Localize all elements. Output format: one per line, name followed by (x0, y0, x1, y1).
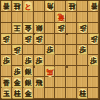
piece-sente-tokin-7a[interactable]: と (23, 1, 33, 12)
square-6e[interactable] (34, 45, 45, 56)
square-8a[interactable]: 桂 (12, 1, 23, 12)
piece-gote-dragon-4b[interactable]: 竜 (56, 12, 66, 23)
piece-sente-knight-8i[interactable]: 桂 (12, 88, 22, 99)
square-7a[interactable]: と (23, 1, 34, 12)
square-7f[interactable]: 歩 (23, 55, 34, 66)
square-9h[interactable]: 香 (1, 77, 12, 88)
piece-gote-pawn-2c[interactable]: 歩 (78, 23, 88, 34)
square-3e[interactable] (66, 45, 77, 56)
piece-gote-pawn-9d[interactable]: 歩 (1, 34, 11, 45)
square-5f[interactable] (45, 55, 56, 66)
square-4a[interactable] (55, 1, 66, 12)
square-5a[interactable]: 角 (45, 1, 56, 12)
square-9a[interactable]: 香 (1, 1, 12, 12)
piece-sente-knight-2i[interactable]: 桂 (78, 88, 88, 99)
square-8b[interactable] (12, 12, 23, 23)
square-4h[interactable] (55, 77, 66, 88)
piece-gote-gold-7c[interactable]: 金 (23, 23, 33, 34)
square-8c[interactable]: 王 (12, 23, 23, 34)
piece-sente-pawn-5e[interactable]: 歩 (45, 45, 55, 56)
square-5b[interactable] (45, 12, 56, 23)
piece-sente-pawn-7f[interactable]: 歩 (23, 56, 33, 67)
square-9c[interactable] (1, 23, 12, 34)
square-3d[interactable] (66, 34, 77, 45)
square-6d[interactable]: 歩 (34, 34, 45, 45)
piece-gote-horse-5g[interactable]: 馬 (45, 67, 55, 78)
square-1e[interactable] (88, 45, 99, 56)
piece-sente-silver-7h[interactable]: 銀 (23, 77, 33, 88)
shogi-board: 香桂と角桂香竜王金銀歩歩歩歩歩歩歩歩歩歩歩歩歩歩銀馬香金銀飛玉桂金桂 (0, 0, 100, 100)
piece-sente-gold-8h[interactable]: 金 (12, 77, 22, 88)
square-3g[interactable] (66, 66, 77, 77)
piece-gote-pawn-4c[interactable]: 歩 (56, 23, 66, 34)
piece-sente-silver-7g[interactable]: 銀 (23, 67, 33, 78)
square-2b[interactable] (77, 12, 88, 23)
square-9g[interactable] (1, 66, 12, 77)
square-8e[interactable]: 歩 (12, 45, 23, 56)
square-3c[interactable] (66, 23, 77, 34)
square-4i[interactable] (55, 88, 66, 99)
square-8h[interactable]: 金 (12, 77, 23, 88)
square-2g[interactable] (77, 66, 88, 77)
piece-gote-knight-3a[interactable]: 桂 (67, 1, 77, 12)
square-7h[interactable]: 銀 (23, 77, 34, 88)
piece-gote-lance-9a[interactable]: 香 (1, 1, 11, 12)
piece-gote-knight-8a[interactable]: 桂 (12, 1, 22, 12)
square-1a[interactable]: 香 (88, 1, 99, 12)
square-9e[interactable] (1, 45, 12, 56)
square-2f[interactable] (77, 55, 88, 66)
piece-gote-king-8c[interactable]: 王 (12, 23, 22, 34)
square-1g[interactable] (88, 66, 99, 77)
square-6b[interactable] (34, 12, 45, 23)
shogi-app: 香桂と角桂香竜王金銀歩歩歩歩歩歩歩歩歩歩歩歩歩歩銀馬香金銀飛玉桂金桂 (0, 0, 100, 100)
square-7g[interactable]: 銀 (23, 66, 34, 77)
square-6i[interactable] (34, 88, 45, 99)
square-1b[interactable] (88, 12, 99, 23)
piece-gote-pawn-7d[interactable]: 歩 (23, 34, 33, 45)
square-7b[interactable] (23, 12, 34, 23)
square-4g[interactable] (55, 66, 66, 77)
square-5c[interactable] (45, 23, 56, 34)
square-5i[interactable] (45, 88, 56, 99)
square-2h[interactable] (77, 77, 88, 88)
square-3a[interactable]: 桂 (66, 1, 77, 12)
piece-sente-lance-9h[interactable]: 香 (1, 77, 11, 88)
square-6f[interactable]: 歩 (34, 55, 45, 66)
piece-sente-king-9i[interactable]: 玉 (1, 88, 11, 99)
square-4b[interactable]: 竜 (55, 12, 66, 23)
square-9b[interactable] (1, 12, 12, 23)
piece-sente-gold-7i[interactable]: 金 (23, 88, 33, 99)
star-point (66, 33, 68, 35)
piece-sente-rook-6h[interactable]: 飛 (34, 77, 44, 88)
square-2a[interactable] (77, 1, 88, 12)
square-7e[interactable] (23, 45, 34, 56)
square-9i[interactable]: 玉 (1, 88, 12, 99)
square-4f[interactable] (55, 55, 66, 66)
piece-gote-silver-6c[interactable]: 銀 (34, 23, 44, 34)
square-6h[interactable]: 飛 (34, 77, 45, 88)
piece-gote-pawn-8e[interactable]: 歩 (12, 45, 22, 56)
square-1h[interactable] (88, 77, 99, 88)
star-point (33, 66, 35, 68)
square-8f[interactable] (12, 55, 23, 66)
square-5g[interactable]: 馬 (45, 66, 56, 77)
square-6c[interactable]: 銀 (34, 23, 45, 34)
piece-sente-pawn-2e[interactable]: 歩 (78, 45, 88, 56)
square-3i[interactable] (66, 88, 77, 99)
star-point (33, 33, 35, 35)
square-5e[interactable]: 歩 (45, 45, 56, 56)
square-2c[interactable]: 歩 (77, 23, 88, 34)
square-1d[interactable]: 歩 (88, 34, 99, 45)
square-4d[interactable] (55, 34, 66, 45)
square-9f[interactable]: 歩 (1, 55, 12, 66)
square-5d[interactable] (45, 34, 56, 45)
square-6a[interactable] (34, 1, 45, 12)
square-6g[interactable] (34, 66, 45, 77)
square-7d[interactable]: 歩 (23, 34, 34, 45)
piece-gote-bishop-5a[interactable]: 角 (45, 1, 55, 12)
square-3f[interactable] (66, 55, 77, 66)
square-1f[interactable]: 歩 (88, 55, 99, 66)
square-1i[interactable] (88, 88, 99, 99)
square-3b[interactable] (66, 12, 77, 23)
piece-sente-pawn-9f[interactable]: 歩 (1, 56, 11, 67)
piece-gote-pawn-6d[interactable]: 歩 (34, 34, 44, 45)
piece-sente-pawn-6f[interactable]: 歩 (34, 56, 44, 67)
square-5h[interactable] (45, 77, 56, 88)
piece-sente-pawn-1f[interactable]: 歩 (89, 56, 99, 67)
square-2i[interactable]: 桂 (77, 88, 88, 99)
star-point (66, 66, 68, 68)
square-7i[interactable]: 金 (23, 88, 34, 99)
square-8i[interactable]: 桂 (12, 88, 23, 99)
square-2e[interactable]: 歩 (77, 45, 88, 56)
piece-sente-pawn-8g[interactable]: 歩 (12, 67, 22, 78)
square-4e[interactable] (55, 45, 66, 56)
square-8d[interactable] (12, 34, 23, 45)
square-4c[interactable]: 歩 (55, 23, 66, 34)
square-8g[interactable]: 歩 (12, 66, 23, 77)
square-2d[interactable] (77, 34, 88, 45)
square-3h[interactable] (66, 77, 77, 88)
square-7c[interactable]: 金 (23, 23, 34, 34)
piece-gote-lance-1a[interactable]: 香 (89, 1, 99, 12)
piece-gote-pawn-1d[interactable]: 歩 (89, 34, 99, 45)
square-1c[interactable] (88, 23, 99, 34)
square-9d[interactable]: 歩 (1, 34, 12, 45)
